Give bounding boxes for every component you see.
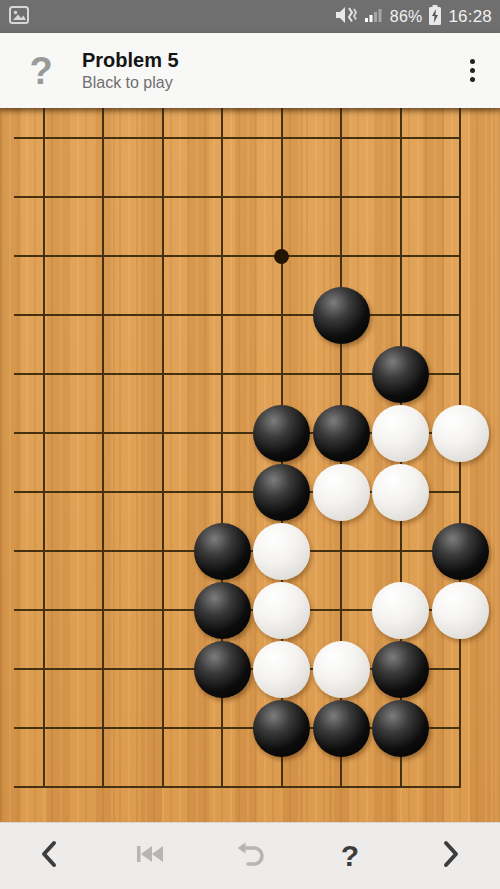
turn-indicator: Black to play: [82, 74, 179, 92]
grid-line-vertical-O: [162, 108, 164, 788]
screenshot-icon: [8, 4, 30, 30]
signal-strength-icon: [364, 6, 384, 28]
stone-white-S4: [372, 582, 429, 639]
grid-line-vertical-M: [43, 108, 45, 788]
help-icon[interactable]: ?: [0, 52, 82, 90]
page-title: Problem 5: [82, 49, 179, 72]
stone-white-Q4: [253, 582, 310, 639]
app-header: ? Problem 5 Black to play: [0, 33, 500, 108]
stone-black-P3: [194, 641, 251, 698]
stone-black-R9: [313, 287, 370, 344]
clock: 16:28: [448, 7, 492, 27]
stone-black-P4: [194, 582, 251, 639]
stone-white-Q5: [253, 523, 310, 580]
stone-black-T5: [432, 523, 489, 580]
grid-line-horizontal-row10: [14, 255, 461, 257]
stone-black-Q2: [253, 700, 310, 757]
stone-black-R2: [313, 700, 370, 757]
grid-line-horizontal-row1: [14, 786, 461, 788]
previous-problem-button[interactable]: [20, 832, 80, 880]
battery-percent: 86%: [390, 8, 423, 26]
stone-white-S7: [372, 405, 429, 462]
rewind-icon: [133, 840, 167, 872]
chevron-left-icon: [35, 838, 65, 874]
stone-black-S8: [372, 346, 429, 403]
stone-white-R6: [313, 464, 370, 521]
hint-question-icon: ?: [341, 841, 359, 871]
stone-black-S2: [372, 700, 429, 757]
stone-black-S3: [372, 641, 429, 698]
stone-white-T7: [432, 405, 489, 462]
chevron-right-icon: [435, 838, 465, 874]
undo-icon: [234, 839, 266, 873]
bottom-toolbar: ?: [0, 822, 500, 889]
status-bar: 86% 16:28: [0, 0, 500, 33]
grid-line-horizontal-row9: [14, 314, 461, 316]
grid-line-horizontal-row11: [14, 196, 461, 198]
next-problem-button[interactable]: [420, 832, 480, 880]
grid-line-vertical-N: [102, 108, 104, 788]
stone-black-P5: [194, 523, 251, 580]
overflow-menu-icon[interactable]: [444, 33, 500, 108]
hint-button[interactable]: ?: [320, 832, 380, 880]
stone-black-R7: [313, 405, 370, 462]
stone-black-Q7: [253, 405, 310, 462]
stone-white-T4: [432, 582, 489, 639]
rewind-to-start-button[interactable]: [120, 832, 180, 880]
stone-white-R3: [313, 641, 370, 698]
mute-vibrate-icon: [334, 5, 358, 29]
stone-black-Q6: [253, 464, 310, 521]
stone-white-S6: [372, 464, 429, 521]
battery-charging-icon: [428, 4, 442, 30]
undo-move-button[interactable]: [220, 832, 280, 880]
star-point-Q10: [274, 249, 289, 264]
stone-white-Q3: [253, 641, 310, 698]
go-board[interactable]: [0, 108, 500, 822]
grid-line-horizontal-row12: [14, 137, 461, 139]
